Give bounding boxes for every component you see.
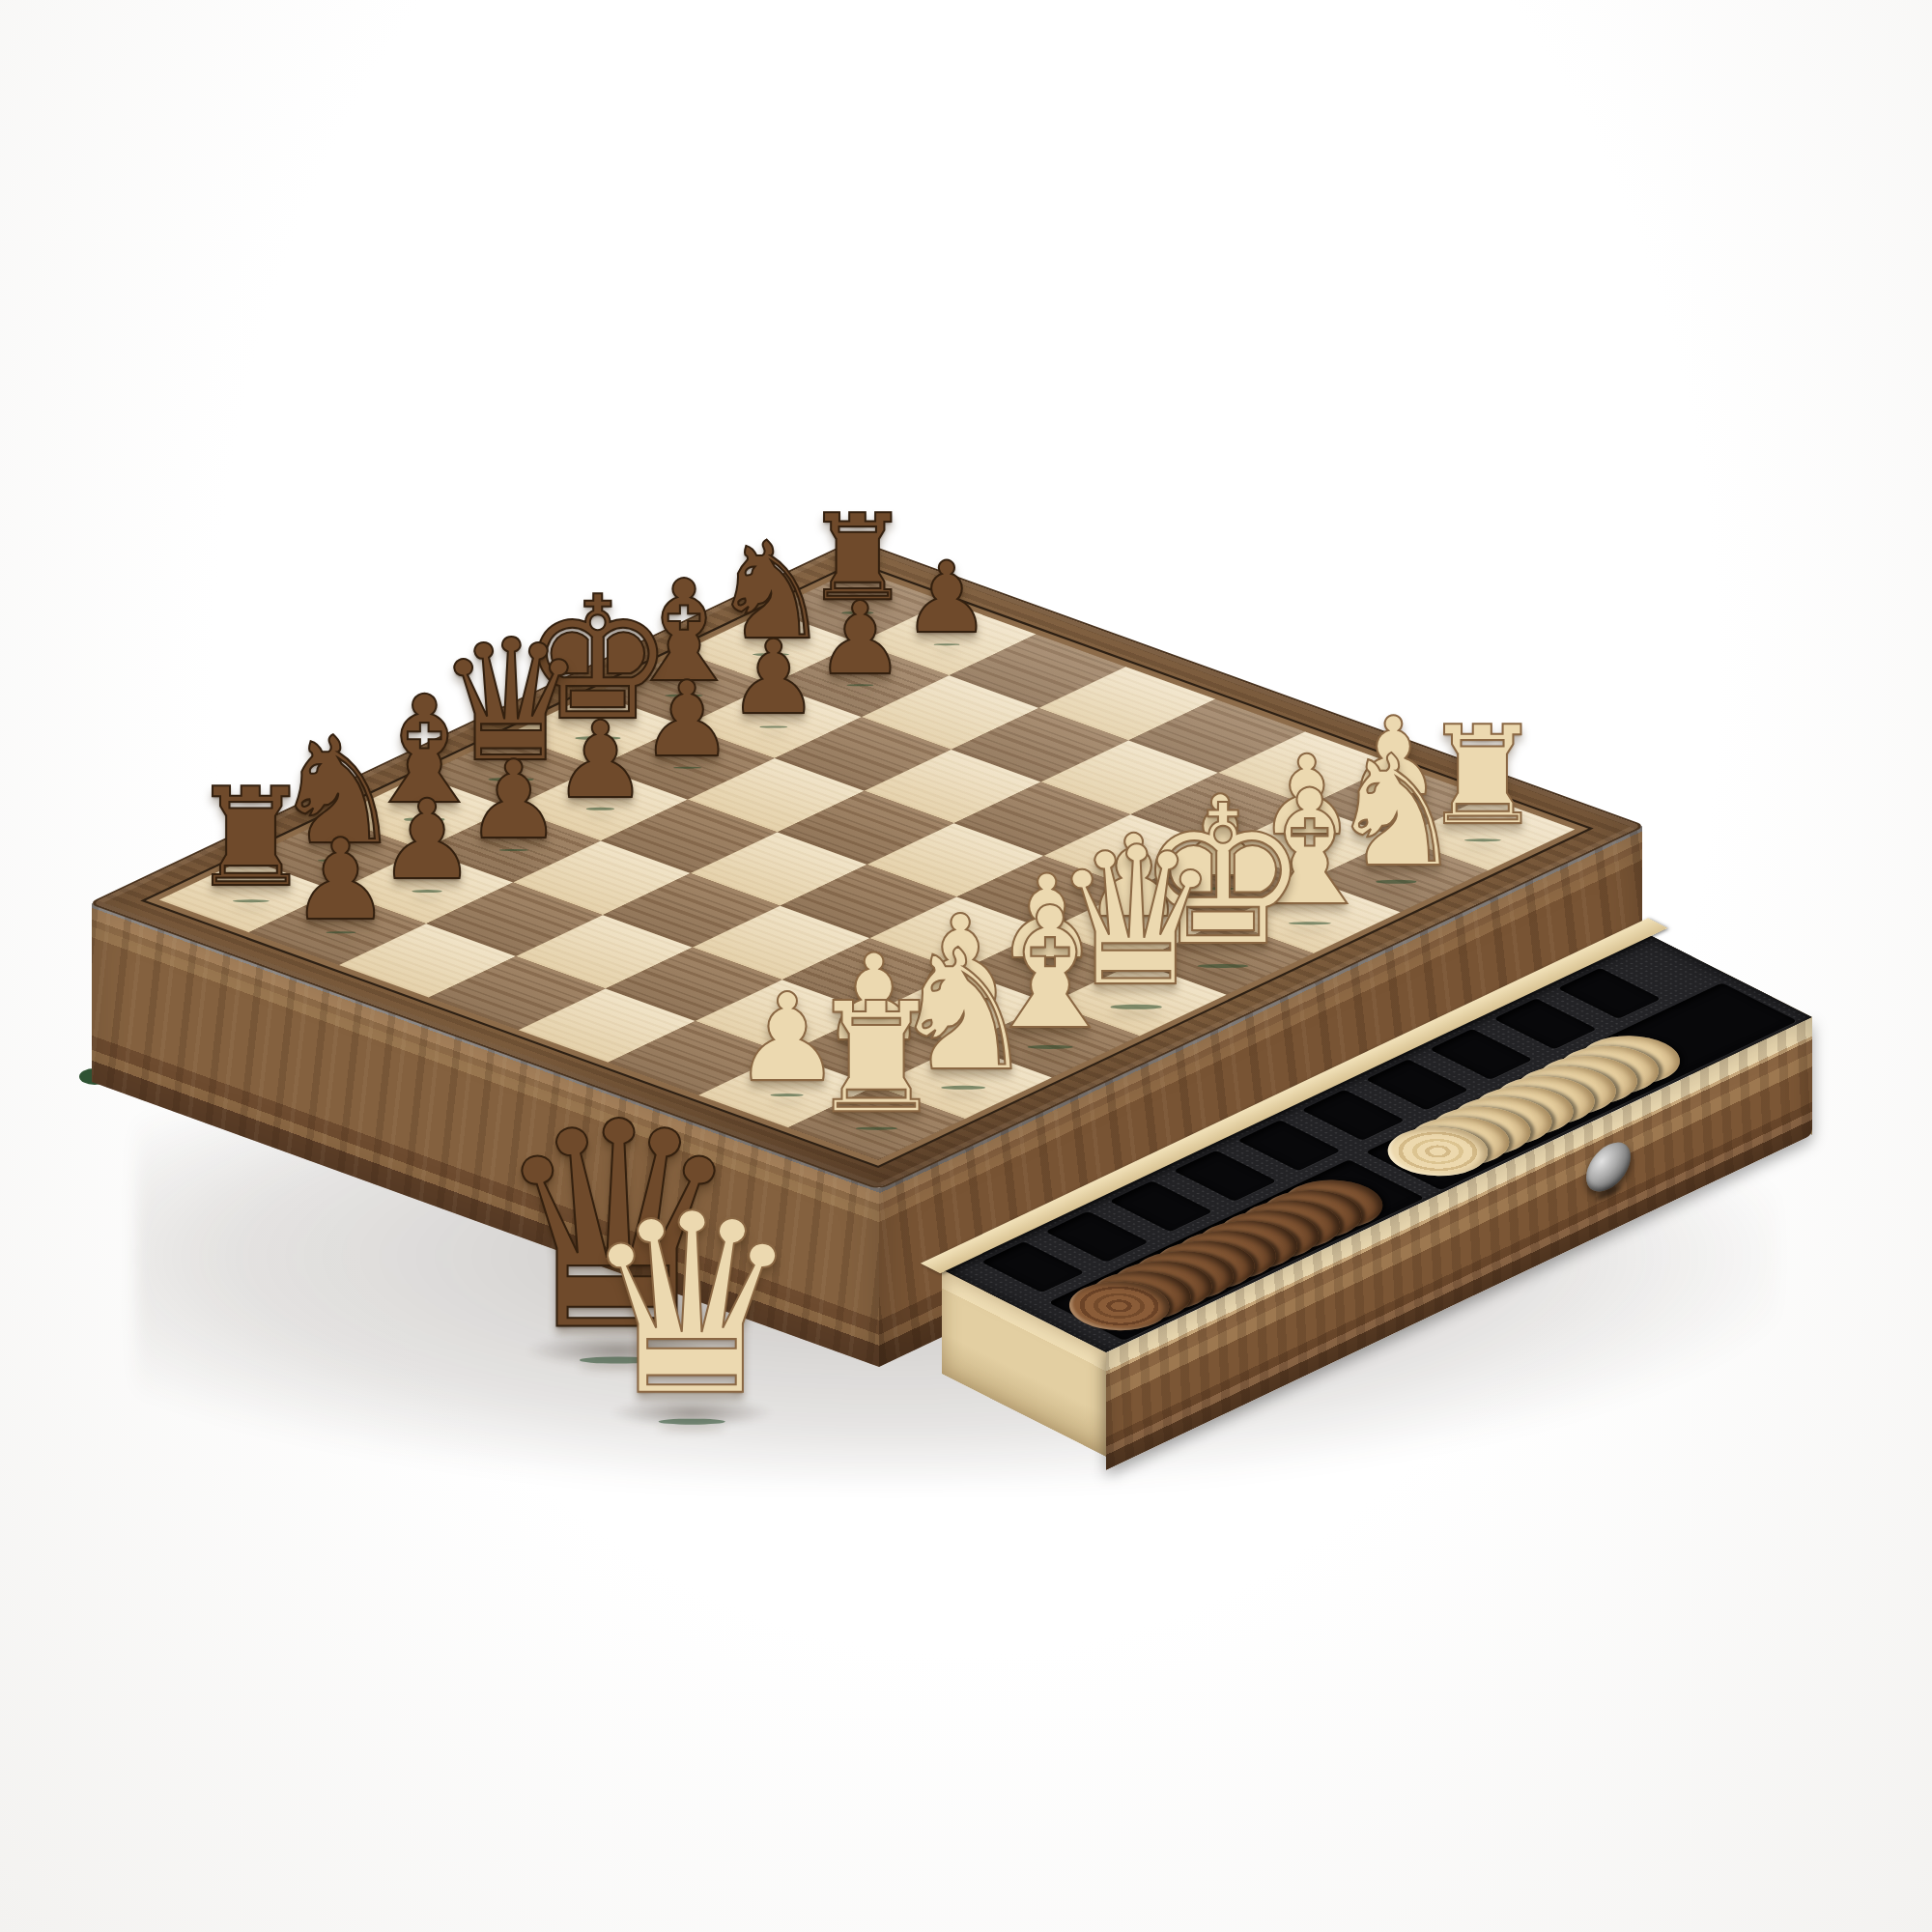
foam-piece-slot — [1430, 1029, 1533, 1080]
piece-dark-pawn-g7[interactable]: ♟ — [815, 588, 905, 689]
extra-piece-light-queen[interactable]: ♛ — [580, 1181, 803, 1431]
piece-dark-pawn-c7[interactable]: ♟ — [466, 746, 562, 854]
foam-piece-slot — [1493, 999, 1597, 1050]
foam-piece-slot — [1109, 1180, 1212, 1232]
piece-light-rook-a1[interactable]: ♜ — [809, 981, 946, 1134]
piece-dark-pawn-h7[interactable]: ♟ — [902, 550, 990, 648]
foam-piece-slot — [1174, 1151, 1277, 1202]
foam-piece-slot — [1366, 1059, 1469, 1110]
piece-dark-pawn-b7[interactable]: ♟ — [378, 785, 476, 895]
foam-piece-slot — [1558, 968, 1662, 1019]
foam-piece-slot — [981, 1241, 1085, 1293]
piece-dark-pawn-a7[interactable]: ♟ — [291, 825, 391, 937]
foam-piece-slot — [1045, 1211, 1149, 1263]
piece-dark-pawn-d7[interactable]: ♟ — [553, 706, 648, 812]
drawer-knob[interactable] — [1586, 1134, 1631, 1200]
foam-piece-slot — [1237, 1120, 1341, 1171]
foam-piece-slot — [1301, 1090, 1405, 1141]
piece-dark-pawn-f7[interactable]: ♟ — [727, 628, 819, 730]
product-photo-stage: ♜♞♝♛♚♝♞♜♟♟♟♟♟♟♟♟♟♟♟♟♟♟♟♟♜♞♝♛♚♝♞♜♛♛ — [0, 0, 1932, 1932]
piece-dark-pawn-e7[interactable]: ♟ — [640, 668, 734, 772]
